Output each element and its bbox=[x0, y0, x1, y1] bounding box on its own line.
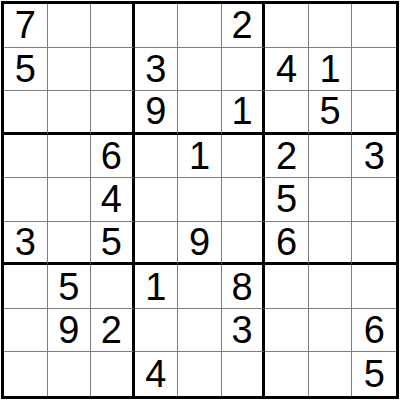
cell-r4c8[interactable] bbox=[309, 135, 353, 179]
cell-r9c8[interactable] bbox=[309, 352, 353, 396]
cell-r6c1[interactable]: 3 bbox=[4, 222, 48, 266]
cell-r1c3[interactable] bbox=[91, 4, 135, 48]
cell-r6c7[interactable]: 6 bbox=[265, 222, 309, 266]
cell-r4c2[interactable] bbox=[48, 135, 92, 179]
cell-r2c1[interactable]: 5 bbox=[4, 48, 48, 92]
cell-r8c1[interactable] bbox=[4, 309, 48, 353]
cell-r7c3[interactable] bbox=[91, 265, 135, 309]
cell-r1c7[interactable] bbox=[265, 4, 309, 48]
cell-r3c5[interactable] bbox=[178, 91, 222, 135]
cell-r1c2[interactable] bbox=[48, 4, 92, 48]
cell-r6c5[interactable]: 9 bbox=[178, 222, 222, 266]
cell-r7c4[interactable]: 1 bbox=[135, 265, 179, 309]
cell-r5c1[interactable] bbox=[4, 178, 48, 222]
cell-r4c6[interactable] bbox=[222, 135, 266, 179]
cell-r9c4[interactable]: 4 bbox=[135, 352, 179, 396]
cell-r9c3[interactable] bbox=[91, 352, 135, 396]
cell-r1c9[interactable] bbox=[352, 4, 396, 48]
cell-r2c3[interactable] bbox=[91, 48, 135, 92]
cell-r6c6[interactable] bbox=[222, 222, 266, 266]
cell-r5c7[interactable]: 5 bbox=[265, 178, 309, 222]
cell-r8c7[interactable] bbox=[265, 309, 309, 353]
cell-r2c7[interactable]: 4 bbox=[265, 48, 309, 92]
cell-r2c5[interactable] bbox=[178, 48, 222, 92]
cell-r5c9[interactable] bbox=[352, 178, 396, 222]
cell-r7c7[interactable] bbox=[265, 265, 309, 309]
cell-r8c2[interactable]: 9 bbox=[48, 309, 92, 353]
cell-r2c8[interactable]: 1 bbox=[309, 48, 353, 92]
cell-r3c4[interactable]: 9 bbox=[135, 91, 179, 135]
cell-r5c4[interactable] bbox=[135, 178, 179, 222]
cell-r1c4[interactable] bbox=[135, 4, 179, 48]
cell-r1c8[interactable] bbox=[309, 4, 353, 48]
cell-r5c5[interactable] bbox=[178, 178, 222, 222]
cell-r8c5[interactable] bbox=[178, 309, 222, 353]
sudoku-board: 7253419156123453596518923645 bbox=[1, 1, 399, 399]
cell-r8c8[interactable] bbox=[309, 309, 353, 353]
cell-r6c9[interactable] bbox=[352, 222, 396, 266]
cell-r6c4[interactable] bbox=[135, 222, 179, 266]
cell-r5c3[interactable]: 4 bbox=[91, 178, 135, 222]
cell-r3c2[interactable] bbox=[48, 91, 92, 135]
cell-r9c6[interactable] bbox=[222, 352, 266, 396]
cell-r1c1[interactable]: 7 bbox=[4, 4, 48, 48]
cell-r1c5[interactable] bbox=[178, 4, 222, 48]
cell-r7c8[interactable] bbox=[309, 265, 353, 309]
cell-r2c2[interactable] bbox=[48, 48, 92, 92]
cell-r7c1[interactable] bbox=[4, 265, 48, 309]
cell-r2c9[interactable] bbox=[352, 48, 396, 92]
cell-r6c3[interactable]: 5 bbox=[91, 222, 135, 266]
cell-r3c1[interactable] bbox=[4, 91, 48, 135]
cell-r7c5[interactable] bbox=[178, 265, 222, 309]
page-background: 7253419156123453596518923645 bbox=[0, 0, 400, 400]
cell-r9c9[interactable]: 5 bbox=[352, 352, 396, 396]
cell-r3c6[interactable]: 1 bbox=[222, 91, 266, 135]
cell-r8c9[interactable]: 6 bbox=[352, 309, 396, 353]
cell-r9c5[interactable] bbox=[178, 352, 222, 396]
cell-r7c2[interactable]: 5 bbox=[48, 265, 92, 309]
cell-r7c9[interactable] bbox=[352, 265, 396, 309]
cell-r6c2[interactable] bbox=[48, 222, 92, 266]
cell-r8c6[interactable]: 3 bbox=[222, 309, 266, 353]
cell-r5c2[interactable] bbox=[48, 178, 92, 222]
cell-r7c6[interactable]: 8 bbox=[222, 265, 266, 309]
cell-r4c4[interactable] bbox=[135, 135, 179, 179]
cell-r4c3[interactable]: 6 bbox=[91, 135, 135, 179]
cell-r3c3[interactable] bbox=[91, 91, 135, 135]
cell-r3c8[interactable]: 5 bbox=[309, 91, 353, 135]
cell-r5c8[interactable] bbox=[309, 178, 353, 222]
cell-r8c4[interactable] bbox=[135, 309, 179, 353]
cell-r4c5[interactable]: 1 bbox=[178, 135, 222, 179]
cell-r4c1[interactable] bbox=[4, 135, 48, 179]
cell-r3c9[interactable] bbox=[352, 91, 396, 135]
cell-r4c9[interactable]: 3 bbox=[352, 135, 396, 179]
cell-r1c6[interactable]: 2 bbox=[222, 4, 266, 48]
cell-r9c1[interactable] bbox=[4, 352, 48, 396]
cell-r3c7[interactable] bbox=[265, 91, 309, 135]
cell-r2c6[interactable] bbox=[222, 48, 266, 92]
cell-r9c2[interactable] bbox=[48, 352, 92, 396]
cell-r8c3[interactable]: 2 bbox=[91, 309, 135, 353]
cell-r9c7[interactable] bbox=[265, 352, 309, 396]
cell-r5c6[interactable] bbox=[222, 178, 266, 222]
cell-r6c8[interactable] bbox=[309, 222, 353, 266]
cell-r4c7[interactable]: 2 bbox=[265, 135, 309, 179]
cell-r2c4[interactable]: 3 bbox=[135, 48, 179, 92]
